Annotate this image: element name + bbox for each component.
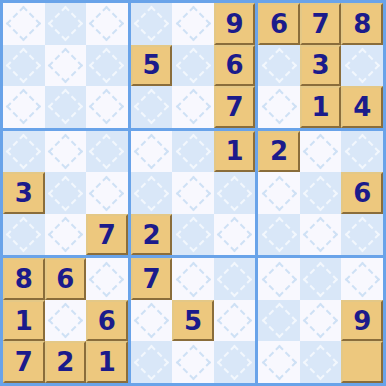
cell-r5c6[interactable] [214,172,256,214]
cell-r1c3[interactable] [86,3,128,45]
diamond-icon [303,261,338,296]
block-5: 12 [131,131,256,256]
diamond-icon [261,303,296,338]
cell-r9c7[interactable] [258,341,300,383]
diamond-icon [134,6,169,41]
diamond-icon [89,134,124,169]
block-2: 9567 [131,3,256,128]
cell-r7c6[interactable] [214,258,256,300]
cell-r9c5[interactable] [172,341,214,383]
diamond-icon [261,345,296,380]
diamond-icon [6,217,41,252]
given-r1c6: 9 [214,3,256,45]
given-r4c7: 2 [258,131,300,173]
diamond-icon [175,134,210,169]
cell-r1c5[interactable] [172,3,214,45]
given-r8c1: 1 [3,300,45,342]
cell-r3c2[interactable] [45,86,87,128]
given-r6c4: 2 [131,214,173,256]
cell-r7c5[interactable] [172,258,214,300]
cell-r2c5[interactable] [172,45,214,87]
diamond-icon [134,345,169,380]
diamond-icon [217,217,252,252]
given-r8c5: 5 [172,300,214,342]
diamond-icon [261,89,296,124]
cell-r3c4[interactable] [131,86,173,128]
cell-r7c8[interactable] [300,258,342,300]
given-r9c9 [341,341,383,383]
given-r1c8: 7 [300,3,342,45]
cell-r2c3[interactable] [86,45,128,87]
block-4: 37 [3,131,128,256]
diamond-icon [261,261,296,296]
diamond-icon [175,6,210,41]
given-r9c3: 1 [86,341,128,383]
cell-r4c9[interactable] [341,131,383,173]
diamond-icon [89,175,124,210]
sudoku-board: 95676783143712268616721759 [0,0,386,386]
given-r8c9: 9 [341,300,383,342]
diamond-icon [175,261,210,296]
given-r1c9: 8 [341,3,383,45]
given-r9c2: 2 [45,341,87,383]
cell-r9c6[interactable] [214,341,256,383]
diamond-icon [175,48,210,83]
cell-r1c4[interactable] [131,3,173,45]
block-3: 678314 [258,3,383,128]
block-1 [3,3,128,128]
diamond-icon [175,175,210,210]
cell-r8c2[interactable] [45,300,87,342]
diamond-icon [89,261,124,296]
cell-r3c5[interactable] [172,86,214,128]
cell-r8c6[interactable] [214,300,256,342]
cell-r2c2[interactable] [45,45,87,87]
diamond-icon [303,217,338,252]
diamond-icon [134,303,169,338]
cell-r5c4[interactable] [131,172,173,214]
block-6: 26 [258,131,383,256]
block-7: 8616721 [3,258,128,383]
cell-r4c8[interactable] [300,131,342,173]
diamond-icon [48,134,83,169]
diamond-icon [303,345,338,380]
cell-r4c3[interactable] [86,131,128,173]
diamond-icon [134,134,169,169]
diamond-icon [6,6,41,41]
diamond-icon [175,89,210,124]
cell-r2c1[interactable] [3,45,45,87]
given-r7c2: 6 [45,258,87,300]
diamond-icon [303,303,338,338]
cell-r3c1[interactable] [3,86,45,128]
diamond-icon [6,48,41,83]
diamond-icon [134,175,169,210]
diamond-icon [48,48,83,83]
cell-r1c2[interactable] [45,3,87,45]
cell-r7c3[interactable] [86,258,128,300]
diamond-icon [48,217,83,252]
diamond-icon [217,303,252,338]
cell-r3c7[interactable] [258,86,300,128]
cell-r7c7[interactable] [258,258,300,300]
given-r7c4: 7 [131,258,173,300]
given-r2c8: 3 [300,45,342,87]
given-r3c8: 1 [300,86,342,128]
cell-r8c4[interactable] [131,300,173,342]
cell-r4c2[interactable] [45,131,87,173]
given-r8c3: 6 [86,300,128,342]
diamond-icon [261,217,296,252]
diamond-icon [175,217,210,252]
cell-r6c9[interactable] [341,214,383,256]
diamond-icon [303,134,338,169]
cell-r6c8[interactable] [300,214,342,256]
diamond-icon [89,89,124,124]
diamond-icon [134,89,169,124]
diamond-icon [6,134,41,169]
cell-r6c6[interactable] [214,214,256,256]
given-r2c4: 5 [131,45,173,87]
cell-r2c9[interactable] [341,45,383,87]
cell-r3c3[interactable] [86,86,128,128]
cell-r9c4[interactable] [131,341,173,383]
cell-r5c3[interactable] [86,172,128,214]
diamond-icon [48,6,83,41]
block-9: 9 [258,258,383,383]
diamond-icon [345,48,380,83]
cell-r9c8[interactable] [300,341,342,383]
diamond-icon [217,345,252,380]
cell-r4c5[interactable] [172,131,214,173]
diamond-icon [345,261,380,296]
diamond-icon [217,261,252,296]
given-r4c6: 1 [214,131,256,173]
cell-r6c1[interactable] [3,214,45,256]
given-r7c1: 8 [3,258,45,300]
diamond-icon [89,48,124,83]
cell-r5c2[interactable] [45,172,87,214]
given-r6c3: 7 [86,214,128,256]
diamond-icon [48,89,83,124]
given-r3c9: 4 [341,86,383,128]
cell-r2c7[interactable] [258,45,300,87]
cell-r5c5[interactable] [172,172,214,214]
given-r5c1: 3 [3,172,45,214]
diamond-icon [345,217,380,252]
cell-r4c4[interactable] [131,131,173,173]
cell-r5c7[interactable] [258,172,300,214]
diamond-icon [261,175,296,210]
diamond-icon [261,48,296,83]
cell-r5c8[interactable] [300,172,342,214]
diamond-icon [345,134,380,169]
cell-r8c7[interactable] [258,300,300,342]
cell-r1c1[interactable] [3,3,45,45]
diamond-icon [217,175,252,210]
diamond-icon [89,6,124,41]
diamond-icon [48,175,83,210]
diamond-icon [175,345,210,380]
cell-r7c9[interactable] [341,258,383,300]
block-8: 75 [131,258,256,383]
diamond-icon [6,89,41,124]
diamond-icon [48,303,83,338]
cell-r4c1[interactable] [3,131,45,173]
given-r9c1: 7 [3,341,45,383]
cell-r8c8[interactable] [300,300,342,342]
given-r1c7: 6 [258,3,300,45]
diamond-icon [303,175,338,210]
given-r5c9: 6 [341,172,383,214]
given-r3c6: 7 [214,86,256,128]
cell-r6c7[interactable] [258,214,300,256]
cell-r6c2[interactable] [45,214,87,256]
cell-r6c5[interactable] [172,214,214,256]
given-r2c6: 6 [214,45,256,87]
